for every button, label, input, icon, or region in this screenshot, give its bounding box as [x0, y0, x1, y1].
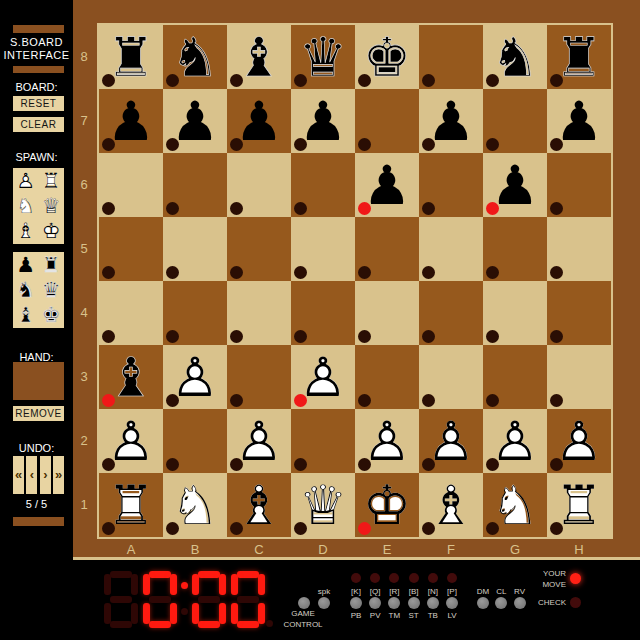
spawn-black-pawn[interactable]: ♟: [13, 252, 39, 277]
rank-label-1: 1: [75, 473, 93, 537]
clock-digit-2: [143, 571, 177, 628]
square-dot: [294, 458, 307, 471]
square-dot: [230, 394, 243, 407]
square-a4[interactable]: [99, 281, 163, 345]
square-c2[interactable]: ♟♙: [227, 409, 291, 473]
piece-white-pawn: ♟♙: [547, 409, 611, 473]
lv-button[interactable]: [446, 597, 458, 609]
tb-button[interactable]: [427, 597, 439, 609]
spawn-black-bishop[interactable]: ♝: [13, 303, 39, 328]
piece-black-bishop: ♝: [227, 25, 291, 89]
dm-button[interactable]: [477, 597, 489, 609]
pv-button[interactable]: [369, 597, 381, 609]
reset-button[interactable]: RESET: [13, 96, 64, 111]
square-e3[interactable]: [355, 345, 419, 409]
square-dot: [550, 330, 563, 343]
square-g2[interactable]: ♟♙: [483, 409, 547, 473]
file-label-C: C: [227, 542, 291, 558]
piece-white-queen: ♛♕: [39, 193, 65, 218]
file-label-B: B: [163, 542, 227, 558]
square-e2[interactable]: ♟♙: [355, 409, 419, 473]
piece-black-king: ♚: [39, 303, 65, 328]
square-d8[interactable]: ♛: [291, 25, 355, 89]
square-a7[interactable]: ♟: [99, 89, 163, 153]
rank-label-7: 7: [75, 89, 93, 153]
piece-black-queen: ♛: [39, 277, 65, 302]
square-dot: [166, 266, 179, 279]
tm-button[interactable]: [388, 597, 400, 609]
square-f4[interactable]: [419, 281, 483, 345]
piece-white-pawn: ♟♙: [355, 409, 419, 473]
file-label-F: F: [419, 542, 483, 558]
app-title-line1: S.BOARD: [0, 36, 73, 48]
remove-button[interactable]: REMOVE: [13, 406, 64, 421]
clear-button[interactable]: CLEAR: [13, 117, 64, 132]
square-f5[interactable]: [419, 217, 483, 281]
square-h6[interactable]: [547, 153, 611, 217]
n-led: [428, 573, 438, 583]
piece-white-rook: ♜♖: [547, 473, 611, 537]
undo-fast-back-button[interactable]: «: [13, 456, 24, 494]
file-label-A: A: [99, 542, 163, 558]
square-d2[interactable]: [291, 409, 355, 473]
st-button[interactable]: [408, 597, 420, 609]
clock-colon-upper: [181, 582, 188, 589]
spawn-section-label: SPAWN:: [0, 151, 73, 163]
spawn-palette-black: ♟♜♞♛♝♚: [13, 252, 64, 328]
spawn-black-knight[interactable]: ♞: [13, 277, 39, 302]
hand-slot[interactable]: [13, 362, 64, 400]
piece-white-bishop: ♝♗: [13, 219, 39, 244]
square-b4[interactable]: [163, 281, 227, 345]
spawn-white-knight[interactable]: ♞♘: [13, 193, 39, 218]
app-title-line2: INTERFACE: [0, 49, 73, 61]
square-c4[interactable]: [227, 281, 291, 345]
mode-label-lv: LV: [440, 611, 464, 620]
p-led: [447, 573, 457, 583]
square-g1[interactable]: ♞♘: [483, 473, 547, 537]
square-e8[interactable]: ♚: [355, 25, 419, 89]
square-a3[interactable]: ♝: [99, 345, 163, 409]
file-label-E: E: [355, 542, 419, 558]
square-f7[interactable]: ♟: [419, 89, 483, 153]
piece-white-pawn: ♟♙: [483, 409, 547, 473]
square-dot: [358, 266, 371, 279]
piece-black-rook: ♜: [99, 25, 163, 89]
square-dot: [486, 330, 499, 343]
spawn-white-rook[interactable]: ♜♖: [39, 168, 65, 193]
piece-black-knight: ♞: [13, 277, 39, 302]
spawn-white-king[interactable]: ♚♔: [39, 219, 65, 244]
piece-black-queen: ♛: [291, 25, 355, 89]
piece-white-king: ♚♔: [39, 219, 65, 244]
square-dot: [294, 330, 307, 343]
piece-white-knight: ♞♘: [483, 473, 547, 537]
square-h5[interactable]: [547, 217, 611, 281]
square-f2[interactable]: ♟♙: [419, 409, 483, 473]
game-control-label-2: CONTROL: [283, 620, 323, 629]
redo-forward-button[interactable]: ›: [40, 456, 51, 494]
spawn-white-bishop[interactable]: ♝♗: [13, 219, 39, 244]
spawn-white-queen[interactable]: ♛♕: [39, 193, 65, 218]
piece-white-knight: ♞♘: [13, 193, 39, 218]
square-dot: [230, 266, 243, 279]
clock-digit-4: [231, 571, 265, 628]
file-label-G: G: [483, 542, 547, 558]
game-control-button[interactable]: [298, 597, 310, 609]
piece-white-pawn: ♟♙: [163, 345, 227, 409]
piece-white-queen: ♛♕: [291, 473, 355, 537]
square-c6[interactable]: [227, 153, 291, 217]
spk-label: spk: [310, 587, 338, 596]
piece-white-king: ♚♔: [355, 473, 419, 537]
square-dot: [486, 394, 499, 407]
square-dot: [422, 202, 435, 215]
square-e7[interactable]: [355, 89, 419, 153]
r-led: [389, 573, 399, 583]
piece-black-pawn: ♟: [13, 252, 39, 277]
square-e5[interactable]: [355, 217, 419, 281]
clock-colon-lower: [181, 608, 188, 615]
piece-white-pawn: ♟♙: [227, 409, 291, 473]
square-f6[interactable]: [419, 153, 483, 217]
square-g6[interactable]: ♟: [483, 153, 547, 217]
square-dot: [422, 394, 435, 407]
spk-button[interactable]: [318, 597, 330, 609]
square-b2[interactable]: [163, 409, 227, 473]
square-dot: [550, 394, 563, 407]
piece-black-bishop: ♝: [13, 303, 39, 328]
square-h3[interactable]: [547, 345, 611, 409]
spawn-palette-white: ♟♙♜♖♞♘♛♕♝♗♚♔: [13, 168, 64, 244]
square-d4[interactable]: [291, 281, 355, 345]
square-e6[interactable]: ♟: [355, 153, 419, 217]
piece-black-pawn: ♟: [547, 89, 611, 153]
square-dot: [486, 266, 499, 279]
square-dot: [358, 138, 371, 151]
spawn-black-queen[interactable]: ♛: [39, 277, 65, 302]
undo-counter: 5 / 5: [0, 498, 73, 510]
square-dot: [358, 330, 371, 343]
square-f1[interactable]: ♝♗: [419, 473, 483, 537]
square-dot: [422, 74, 435, 87]
square-a6[interactable]: [99, 153, 163, 217]
piece-black-rook: ♜: [39, 252, 65, 277]
square-c3[interactable]: [227, 345, 291, 409]
square-dot: [550, 266, 563, 279]
check-label: CHECK: [506, 598, 566, 607]
square-b5[interactable]: [163, 217, 227, 281]
square-dot: [422, 330, 435, 343]
piece-white-pawn: ♟♙: [99, 409, 163, 473]
file-label-D: D: [291, 542, 355, 558]
square-dot: [294, 266, 307, 279]
piece-white-bishop: ♝♗: [227, 473, 291, 537]
square-b1[interactable]: ♞♘: [163, 473, 227, 537]
title-bar-top: [13, 25, 64, 33]
square-g7[interactable]: [483, 89, 547, 153]
square-g4[interactable]: [483, 281, 547, 345]
piece-black-knight: ♞: [483, 25, 547, 89]
q-led: [370, 573, 380, 583]
square-dot: [102, 330, 115, 343]
chess-computer-ui: ♜♞♝♛♚♞♜♟♟♟♟♟♟♟♟♝♟♙♟♙♟♙♟♙♟♙♟♙♟♙♟♙♜♖♞♘♝♗♛♕…: [0, 0, 640, 640]
rank-label-3: 3: [75, 345, 93, 409]
piece-black-pawn: ♟: [419, 89, 483, 153]
piece-white-bishop: ♝♗: [419, 473, 483, 537]
square-h7[interactable]: ♟: [547, 89, 611, 153]
piece-white-pawn: ♟♙: [291, 345, 355, 409]
piece-white-knight: ♞♘: [163, 473, 227, 537]
piece-black-rook: ♜: [547, 25, 611, 89]
square-g5[interactable]: [483, 217, 547, 281]
square-d1[interactable]: ♛♕: [291, 473, 355, 537]
square-b3[interactable]: ♟♙: [163, 345, 227, 409]
square-c5[interactable]: [227, 217, 291, 281]
check-led: [570, 597, 581, 608]
spawn-black-rook[interactable]: ♜: [39, 252, 65, 277]
square-dot: [166, 458, 179, 471]
square-d3[interactable]: ♟♙: [291, 345, 355, 409]
square-dot: [294, 202, 307, 215]
file-label-H: H: [547, 542, 611, 558]
clock-digit-1: [104, 571, 138, 628]
square-f8[interactable]: [419, 25, 483, 89]
square-dot: [166, 202, 179, 215]
square-dot: [358, 394, 371, 407]
your-move-label-2: MOVE: [506, 580, 566, 589]
game-control-label-1: GAME: [283, 609, 323, 618]
square-a8[interactable]: ♜: [99, 25, 163, 89]
square-a2[interactable]: ♟♙: [99, 409, 163, 473]
piece-black-pawn: ♟: [163, 89, 227, 153]
square-dot: [422, 266, 435, 279]
piece-white-pawn: ♟♙: [419, 409, 483, 473]
square-dot: [230, 202, 243, 215]
b-led: [409, 573, 419, 583]
your-move-led: [570, 573, 581, 584]
piece-black-pawn: ♟: [291, 89, 355, 153]
piece-white-pawn: ♟♙: [13, 168, 39, 193]
spawn-white-pawn[interactable]: ♟♙: [13, 168, 39, 193]
pb-button[interactable]: [350, 597, 362, 609]
piece-black-king: ♚: [355, 25, 419, 89]
your-move-label-1: YOUR: [506, 569, 566, 578]
piece-white-rook: ♜♖: [39, 168, 65, 193]
square-dot: [102, 202, 115, 215]
square-h8[interactable]: ♜: [547, 25, 611, 89]
clock-decimal-point: [266, 620, 273, 627]
title-bar-bottom: [13, 66, 64, 73]
square-e1[interactable]: ♚♔: [355, 473, 419, 537]
square-c7[interactable]: ♟: [227, 89, 291, 153]
piece-black-knight: ♞: [163, 25, 227, 89]
square-a1[interactable]: ♜♖: [99, 473, 163, 537]
rank-label-6: 6: [75, 153, 93, 217]
piece-white-rook: ♜♖: [99, 473, 163, 537]
k-led: [351, 573, 361, 583]
square-c1[interactable]: ♝♗: [227, 473, 291, 537]
square-dot: [230, 330, 243, 343]
square-dot: [550, 202, 563, 215]
square-g8[interactable]: ♞: [483, 25, 547, 89]
piece-black-pawn: ♟: [99, 89, 163, 153]
key-label-p: [P]: [440, 587, 464, 596]
chess-board: ♜♞♝♛♚♞♜♟♟♟♟♟♟♟♟♝♟♙♟♙♟♙♟♙♟♙♟♙♟♙♟♙♜♖♞♘♝♗♛♕…: [99, 25, 611, 537]
rank-label-2: 2: [75, 409, 93, 473]
square-h4[interactable]: [547, 281, 611, 345]
board-section-label: BOARD:: [0, 81, 73, 93]
square-a5[interactable]: [99, 217, 163, 281]
rank-label-8: 8: [75, 25, 93, 89]
rank-label-5: 5: [75, 217, 93, 281]
square-c8[interactable]: ♝: [227, 25, 291, 89]
undo-section-label: UNDO:: [0, 442, 73, 454]
square-dot: [102, 266, 115, 279]
square-f3[interactable]: [419, 345, 483, 409]
undo-back-button[interactable]: ‹: [26, 456, 37, 494]
square-b6[interactable]: [163, 153, 227, 217]
piece-black-pawn: ♟: [483, 153, 547, 217]
square-d6[interactable]: [291, 153, 355, 217]
piece-black-pawn: ♟: [355, 153, 419, 217]
square-dot: [166, 330, 179, 343]
spawn-black-king[interactable]: ♚: [39, 303, 65, 328]
square-g3[interactable]: [483, 345, 547, 409]
piece-black-bishop: ♝: [99, 345, 163, 409]
square-h2[interactable]: ♟♙: [547, 409, 611, 473]
piece-black-pawn: ♟: [227, 89, 291, 153]
redo-fast-forward-button[interactable]: »: [53, 456, 64, 494]
square-e4[interactable]: [355, 281, 419, 345]
clock-digit-3: [192, 571, 226, 628]
sidebar-bottom-bar: [13, 517, 64, 526]
square-d7[interactable]: ♟: [291, 89, 355, 153]
square-d5[interactable]: [291, 217, 355, 281]
rank-label-4: 4: [75, 281, 93, 345]
square-dot: [486, 138, 499, 151]
square-b8[interactable]: ♞: [163, 25, 227, 89]
square-h1[interactable]: ♜♖: [547, 473, 611, 537]
square-b7[interactable]: ♟: [163, 89, 227, 153]
